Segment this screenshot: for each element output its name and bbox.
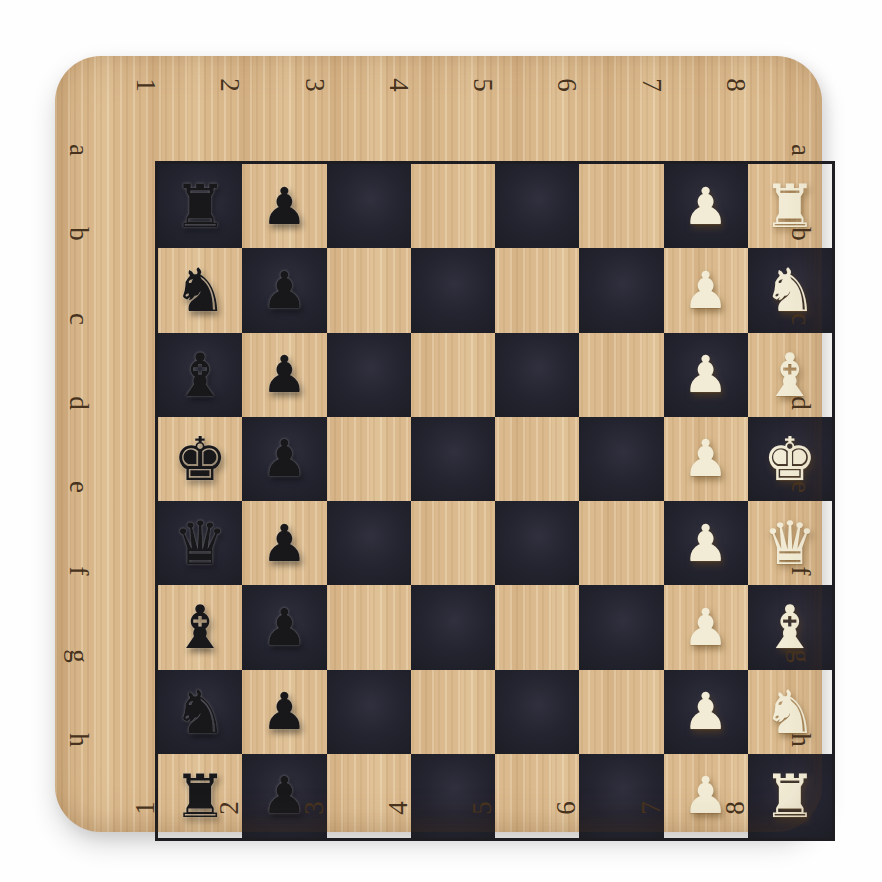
file-label-left-e: e: [63, 481, 94, 493]
white-knight-b8[interactable]: ♞: [763, 260, 817, 320]
file-label-left-a: a: [63, 144, 94, 156]
square-a5[interactable]: [495, 164, 579, 248]
square-h5[interactable]: [495, 754, 579, 838]
file-label-right-c: c: [785, 313, 816, 325]
square-b6[interactable]: [579, 248, 663, 332]
rank-label-bottom-2: 2: [214, 801, 245, 815]
wooden-board: ♜♟♟♜♞♟♟♞♝♟♟♝♚♟♟♚♛♟♟♛♝♟♟♝♞♟♟♞♜♟♟♜: [55, 56, 822, 832]
square-b2[interactable]: ♟: [242, 248, 326, 332]
square-d6[interactable]: [579, 417, 663, 501]
square-g7[interactable]: ♟: [664, 670, 748, 754]
white-pawn-c7[interactable]: ♟: [683, 349, 729, 400]
square-e3[interactable]: [327, 501, 411, 585]
black-pawn-c2[interactable]: ♟: [262, 349, 308, 400]
black-rook-h1[interactable]: ♜: [173, 766, 227, 826]
file-label-right-g: g: [785, 649, 816, 663]
square-c6[interactable]: [579, 333, 663, 417]
square-c4[interactable]: [411, 333, 495, 417]
file-label-right-b: b: [785, 228, 816, 242]
square-f2[interactable]: ♟: [242, 585, 326, 669]
square-a2[interactable]: ♟: [242, 164, 326, 248]
black-knight-g1[interactable]: ♞: [173, 682, 227, 742]
rank-label-top-5: 5: [467, 78, 498, 92]
file-label-left-g: g: [63, 649, 94, 663]
square-b4[interactable]: [411, 248, 495, 332]
square-h1[interactable]: ♜: [158, 754, 242, 838]
square-f5[interactable]: [495, 585, 579, 669]
square-h6[interactable]: [579, 754, 663, 838]
black-bishop-f1[interactable]: ♝: [173, 597, 227, 657]
file-label-right-h: h: [785, 733, 816, 747]
square-a3[interactable]: [327, 164, 411, 248]
square-d3[interactable]: [327, 417, 411, 501]
black-bishop-c1[interactable]: ♝: [173, 345, 227, 405]
square-c1[interactable]: ♝: [158, 333, 242, 417]
square-e2[interactable]: ♟: [242, 501, 326, 585]
square-g5[interactable]: [495, 670, 579, 754]
black-pawn-g2[interactable]: ♟: [262, 686, 308, 737]
square-h4[interactable]: [411, 754, 495, 838]
square-g2[interactable]: ♟: [242, 670, 326, 754]
black-pawn-b2[interactable]: ♟: [262, 265, 308, 316]
rank-label-top-6: 6: [551, 78, 582, 92]
rank-label-bottom-8: 8: [719, 801, 750, 815]
rank-label-bottom-1: 1: [130, 801, 161, 815]
square-g4[interactable]: [411, 670, 495, 754]
square-f3[interactable]: [327, 585, 411, 669]
rank-label-bottom-5: 5: [467, 801, 498, 815]
square-c7[interactable]: ♟: [664, 333, 748, 417]
square-d5[interactable]: [495, 417, 579, 501]
square-f6[interactable]: [579, 585, 663, 669]
square-a6[interactable]: [579, 164, 663, 248]
square-g1[interactable]: ♞: [158, 670, 242, 754]
black-knight-b1[interactable]: ♞: [173, 260, 227, 320]
rank-label-bottom-6: 6: [551, 801, 582, 815]
square-e1[interactable]: ♛: [158, 501, 242, 585]
file-label-left-c: c: [63, 313, 94, 325]
black-pawn-f2[interactable]: ♟: [262, 602, 308, 653]
rank-label-bottom-4: 4: [382, 801, 413, 815]
rank-label-top-7: 7: [635, 78, 666, 92]
file-label-left-h: h: [63, 733, 94, 747]
square-a7[interactable]: ♟: [664, 164, 748, 248]
square-b5[interactable]: [495, 248, 579, 332]
square-h2[interactable]: ♟: [242, 754, 326, 838]
square-d4[interactable]: [411, 417, 495, 501]
square-b7[interactable]: ♟: [664, 248, 748, 332]
rank-label-bottom-3: 3: [298, 801, 329, 815]
rank-label-top-1: 1: [130, 78, 161, 92]
square-e6[interactable]: [579, 501, 663, 585]
file-label-left-d: d: [63, 396, 94, 410]
black-pawn-e2[interactable]: ♟: [262, 518, 308, 569]
rank-label-bottom-7: 7: [635, 801, 666, 815]
square-a4[interactable]: [411, 164, 495, 248]
file-label-right-e: e: [785, 481, 816, 493]
white-rook-h8[interactable]: ♜: [763, 766, 817, 826]
file-label-left-f: f: [63, 567, 94, 576]
file-label-right-f: f: [785, 567, 816, 576]
black-king-d1[interactable]: ♚: [173, 429, 227, 489]
square-b1[interactable]: ♞: [158, 248, 242, 332]
white-king-d8[interactable]: ♚: [763, 429, 817, 489]
square-c2[interactable]: ♟: [242, 333, 326, 417]
file-label-right-a: a: [785, 144, 816, 156]
rank-label-top-4: 4: [382, 78, 413, 92]
square-d2[interactable]: ♟: [242, 417, 326, 501]
square-g3[interactable]: [327, 670, 411, 754]
square-a1[interactable]: ♜: [158, 164, 242, 248]
black-pawn-a2[interactable]: ♟: [262, 181, 308, 232]
chessboard-photo: ♜♟♟♜♞♟♟♞♝♟♟♝♚♟♟♚♛♟♟♛♝♟♟♝♞♟♟♞♜♟♟♜ 1122334…: [0, 0, 882, 882]
square-h8[interactable]: ♜: [748, 754, 832, 838]
square-e4[interactable]: [411, 501, 495, 585]
square-b3[interactable]: [327, 248, 411, 332]
square-d1[interactable]: ♚: [158, 417, 242, 501]
square-c5[interactable]: [495, 333, 579, 417]
white-pawn-d7[interactable]: ♟: [683, 433, 729, 484]
white-pawn-e7[interactable]: ♟: [683, 518, 729, 569]
board-grid: ♜♟♟♜♞♟♟♞♝♟♟♝♚♟♟♚♛♟♟♛♝♟♟♝♞♟♟♞♜♟♟♜: [155, 161, 835, 841]
square-h3[interactable]: [327, 754, 411, 838]
square-c3[interactable]: [327, 333, 411, 417]
white-pawn-b7[interactable]: ♟: [683, 265, 729, 316]
square-g6[interactable]: [579, 670, 663, 754]
rank-label-top-8: 8: [719, 78, 750, 92]
square-h7[interactable]: ♟: [664, 754, 748, 838]
square-e5[interactable]: [495, 501, 579, 585]
rank-label-top-3: 3: [298, 78, 329, 92]
square-d7[interactable]: ♟: [664, 417, 748, 501]
white-queen-e8[interactable]: ♛: [763, 513, 817, 573]
square-f1[interactable]: ♝: [158, 585, 242, 669]
file-label-left-b: b: [63, 228, 94, 242]
square-f7[interactable]: ♟: [664, 585, 748, 669]
black-pawn-d2[interactable]: ♟: [262, 433, 308, 484]
square-f4[interactable]: [411, 585, 495, 669]
black-queen-e1[interactable]: ♛: [173, 513, 227, 573]
square-e7[interactable]: ♟: [664, 501, 748, 585]
white-pawn-f7[interactable]: ♟: [683, 602, 729, 653]
black-rook-a1[interactable]: ♜: [173, 176, 227, 236]
white-pawn-g7[interactable]: ♟: [683, 686, 729, 737]
white-pawn-a7[interactable]: ♟: [683, 181, 729, 232]
rank-label-top-2: 2: [214, 78, 245, 92]
file-label-right-d: d: [785, 396, 816, 410]
